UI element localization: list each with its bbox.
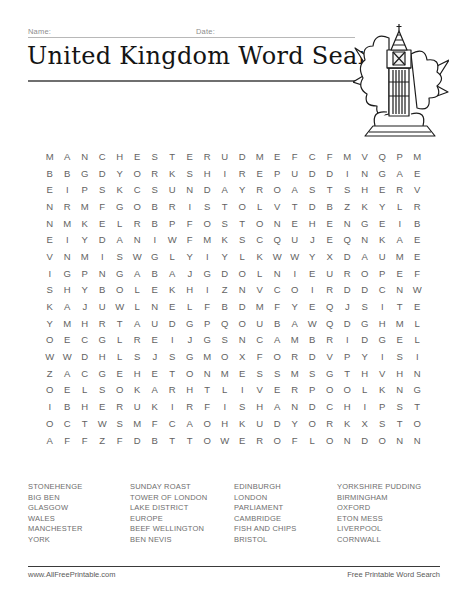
word-list-item: BIRMINGHAM: [337, 493, 439, 504]
grid-cell: G: [146, 248, 164, 265]
word-list-item: YORK: [28, 535, 130, 546]
grid-cell: O: [41, 415, 59, 432]
grid-cell: H: [216, 415, 234, 432]
grid-cell: C: [94, 148, 112, 165]
grid-cell: J: [339, 298, 357, 315]
grid-cell: Y: [356, 348, 374, 365]
grid-cell: L: [391, 198, 409, 215]
grid-cell: G: [199, 332, 217, 349]
grid-cell: N: [339, 215, 357, 232]
grid-cell: N: [391, 432, 409, 449]
grid-cell: E: [146, 332, 164, 349]
grid-cell: Y: [41, 315, 59, 332]
grid-cell: N: [129, 231, 147, 248]
grid-cell: O: [41, 332, 59, 349]
grid-cell: S: [391, 398, 409, 415]
grid-cell: R: [59, 198, 77, 215]
grid-cell: N: [269, 215, 287, 232]
grid-cell: K: [234, 415, 252, 432]
grid-cell: T: [321, 181, 339, 198]
grid-cell: W: [216, 432, 234, 449]
grid-cell: J: [181, 332, 199, 349]
grid-cell: G: [181, 348, 199, 365]
footer-source-url: www.AllFreePrintable.com: [28, 570, 116, 579]
grid-cell: H: [129, 365, 147, 382]
grid-cell: L: [304, 432, 322, 449]
grid-cell: H: [76, 315, 94, 332]
grid-cell: E: [391, 265, 409, 282]
footer-caption: Free Printable Word Search: [347, 570, 440, 579]
grid-cell: H: [181, 382, 199, 399]
grid-cell: Y: [304, 248, 322, 265]
grid-cell: K: [129, 382, 147, 399]
grid-cell: P: [164, 215, 182, 232]
grid-cell: R: [251, 181, 269, 198]
grid-cell: F: [59, 432, 77, 449]
grid-cell: I: [216, 165, 234, 182]
grid-cell: G: [111, 198, 129, 215]
grid-cell: O: [374, 432, 392, 449]
grid-cell: D: [304, 198, 322, 215]
grid-cell: I: [181, 198, 199, 215]
grid-cell: E: [409, 231, 427, 248]
grid-cell: G: [94, 332, 112, 349]
grid-cell: S: [111, 248, 129, 265]
grid-cell: E: [146, 365, 164, 382]
grid-cell: N: [41, 215, 59, 232]
grid-cell: L: [76, 382, 94, 399]
grid-cell: D: [199, 181, 217, 198]
grid-cell: U: [146, 315, 164, 332]
grid-cell: O: [251, 215, 269, 232]
worksheet-page: Name: Date: United Kingdom Word Search M…: [0, 0, 467, 604]
grid-cell: S: [234, 398, 252, 415]
grid-cell: B: [146, 432, 164, 449]
grid-cell: B: [59, 165, 77, 182]
grid-cell: P: [391, 148, 409, 165]
grid-cell: T: [391, 415, 409, 432]
grid-cell: O: [234, 315, 252, 332]
grid-cell: K: [76, 215, 94, 232]
grid-cell: S: [94, 382, 112, 399]
grid-cell: R: [286, 348, 304, 365]
grid-cell: S: [356, 298, 374, 315]
grid-cell: H: [76, 398, 94, 415]
grid-cell: H: [199, 165, 217, 182]
grid-cell: M: [391, 248, 409, 265]
grid-cell: M: [251, 148, 269, 165]
grid-cell: X: [321, 248, 339, 265]
grid-cell: K: [356, 198, 374, 215]
grid-cell: A: [391, 231, 409, 248]
grid-cell: G: [199, 265, 217, 282]
grid-cell: G: [374, 332, 392, 349]
grid-cell: W: [269, 248, 287, 265]
grid-cell: Q: [374, 148, 392, 165]
grid-cell: E: [59, 332, 77, 349]
grid-cell: K: [41, 298, 59, 315]
grid-cell: J: [304, 231, 322, 248]
grid-cell: J: [76, 298, 94, 315]
grid-cell: M: [76, 198, 94, 215]
grid-cell: C: [76, 332, 94, 349]
word-list-item: STONEHENGE: [28, 482, 130, 493]
grid-cell: O: [111, 382, 129, 399]
word-column-2: SUNDAY ROASTTOWER OF LONDONLAKE DISTRICT…: [130, 482, 232, 546]
grid-cell: T: [76, 415, 94, 432]
grid-cell: A: [111, 231, 129, 248]
grid-cell: I: [339, 165, 357, 182]
grid-cell: R: [111, 398, 129, 415]
grid-cell: V: [409, 181, 427, 198]
grid-cell: X: [356, 415, 374, 432]
word-list-item: CAMBRIDGE: [234, 514, 336, 525]
grid-cell: Q: [216, 315, 234, 332]
grid-cell: U: [94, 298, 112, 315]
grid-cell: R: [129, 215, 147, 232]
grid-cell: S: [304, 181, 322, 198]
grid-cell: G: [94, 365, 112, 382]
grid-cell: E: [129, 148, 147, 165]
grid-cell: C: [304, 148, 322, 165]
grid-cell: D: [234, 298, 252, 315]
grid-cell: D: [339, 315, 357, 332]
grid-cell: Y: [76, 231, 94, 248]
grid-cell: T: [199, 382, 217, 399]
grid-cell: H: [111, 148, 129, 165]
grid-cell: T: [286, 198, 304, 215]
grid-cell: L: [356, 382, 374, 399]
grid-cell: E: [41, 181, 59, 198]
grid-cell: W: [164, 231, 182, 248]
grid-cell: I: [199, 248, 217, 265]
grid-cell: M: [286, 332, 304, 349]
grid-cell: V: [251, 382, 269, 399]
grid-cell: O: [321, 432, 339, 449]
grid-cell: D: [356, 432, 374, 449]
grid-cell: O: [199, 215, 217, 232]
grid-cell: L: [111, 348, 129, 365]
grid-cell: A: [391, 165, 409, 182]
grid-cell: N: [269, 265, 287, 282]
grid-cell: H: [339, 398, 357, 415]
grid-cell: O: [339, 382, 357, 399]
grid-cell: N: [146, 298, 164, 315]
grid-cell: U: [251, 415, 269, 432]
grid-cell: T: [164, 148, 182, 165]
grid-cell: Y: [181, 248, 199, 265]
grid-cell: F: [94, 198, 112, 215]
grid-cell: F: [76, 432, 94, 449]
grid-cell: Y: [76, 282, 94, 299]
grid-cell: R: [146, 165, 164, 182]
grid-cell: O: [269, 181, 287, 198]
grid-cell: O: [129, 198, 147, 215]
grid-cell: E: [234, 432, 252, 449]
grid-cell: O: [181, 365, 199, 382]
grid-cell: B: [146, 265, 164, 282]
grid-cell: G: [356, 215, 374, 232]
grid-cell: S: [146, 181, 164, 198]
grid-cell: B: [304, 332, 322, 349]
grid-cell: N: [339, 432, 357, 449]
footer-divider: [28, 566, 440, 567]
grid-cell: E: [269, 382, 287, 399]
grid-cell: H: [181, 282, 199, 299]
grid-cell: A: [286, 315, 304, 332]
grid-cell: A: [59, 365, 77, 382]
grid-cell: D: [164, 315, 182, 332]
word-list-item: BIG BEN: [28, 493, 130, 504]
grid-cell: Z: [94, 432, 112, 449]
grid-cell: H: [304, 215, 322, 232]
grid-cell: C: [251, 332, 269, 349]
word-list-item: PARLIAMENT: [234, 503, 336, 514]
grid-cell: U: [374, 248, 392, 265]
grid-cell: P: [76, 181, 94, 198]
word-list-item: FISH AND CHIPS: [234, 524, 336, 535]
grid-cell: A: [59, 298, 77, 315]
grid-cell: H: [356, 181, 374, 198]
grid-cell: Q: [269, 231, 287, 248]
grid-cell: E: [304, 298, 322, 315]
grid-cell: O: [269, 348, 287, 365]
word-list-item: BEEF WELLINGTON: [130, 524, 232, 535]
grid-cell: D: [356, 332, 374, 349]
grid-cell: M: [129, 415, 147, 432]
grid-cell: E: [374, 181, 392, 198]
grid-cell: R: [321, 282, 339, 299]
word-list-item: BRISTOL: [234, 535, 336, 546]
grid-cell: E: [234, 365, 252, 382]
grid-cell: M: [59, 315, 77, 332]
grid-cell: R: [251, 432, 269, 449]
grid-cell: L: [216, 382, 234, 399]
grid-cell: C: [251, 231, 269, 248]
grid-cell: S: [374, 415, 392, 432]
word-list-item: YORKSHIRE PUDDING: [337, 482, 439, 493]
grid-cell: B: [146, 198, 164, 215]
grid-cell: L: [251, 265, 269, 282]
grid-cell: D: [304, 398, 322, 415]
big-ben-icon: [353, 22, 449, 142]
grid-cell: G: [374, 165, 392, 182]
grid-cell: E: [409, 248, 427, 265]
grid-cell: Y: [234, 181, 252, 198]
grid-cell: A: [356, 248, 374, 265]
grid-cell: A: [146, 382, 164, 399]
grid-cell: F: [181, 215, 199, 232]
grid-cell: I: [409, 348, 427, 365]
grid-cell: V: [41, 248, 59, 265]
grid-cell: R: [94, 315, 112, 332]
grid-cell: R: [321, 415, 339, 432]
grid-cell: W: [94, 415, 112, 432]
grid-cell: N: [234, 282, 252, 299]
grid-cell: R: [234, 165, 252, 182]
grid-cell: W: [304, 315, 322, 332]
grid-cell: K: [339, 415, 357, 432]
grid-cell: C: [269, 282, 287, 299]
grid-cell: D: [339, 282, 357, 299]
grid-cell: N: [199, 365, 217, 382]
grid-cell: O: [234, 198, 252, 215]
grid-cell: K: [251, 248, 269, 265]
grid-cell: X: [234, 348, 252, 365]
grid-cell: S: [304, 365, 322, 382]
grid-cell: L: [129, 282, 147, 299]
grid-cell: W: [409, 282, 427, 299]
grid-cell: O: [234, 265, 252, 282]
grid-cell: V: [321, 348, 339, 365]
grid-cell: I: [164, 332, 182, 349]
word-list-item: EUROPE: [130, 514, 232, 525]
grid-cell: D: [234, 148, 252, 165]
grid-cell: I: [356, 398, 374, 415]
grid-cell: O: [199, 432, 217, 449]
grid-cell: M: [216, 365, 234, 382]
grid-cell: F: [286, 432, 304, 449]
grid-cell: N: [286, 398, 304, 415]
grid-cell: G: [59, 265, 77, 282]
grid-cell: I: [374, 348, 392, 365]
word-list-item: TOWER OF LONDON: [130, 493, 232, 504]
grid-cell: M: [286, 365, 304, 382]
grid-cell: I: [234, 382, 252, 399]
grid-cell: R: [164, 198, 182, 215]
grid-cell: R: [339, 265, 357, 282]
grid-cell: F: [199, 298, 217, 315]
grid-cell: V: [374, 365, 392, 382]
word-list-item: LAKE DISTRICT: [130, 503, 232, 514]
grid-cell: O: [304, 415, 322, 432]
grid-cell: L: [129, 298, 147, 315]
grid-cell: S: [129, 348, 147, 365]
grid-cell: H: [374, 315, 392, 332]
grid-cell: N: [409, 365, 427, 382]
grid-cell: U: [129, 398, 147, 415]
grid-cell: P: [374, 265, 392, 282]
grid-cell: G: [181, 315, 199, 332]
grid-cell: H: [59, 282, 77, 299]
grid-cell: N: [234, 332, 252, 349]
grid-cell: N: [41, 198, 59, 215]
grid-cell: G: [321, 365, 339, 382]
word-list-item: MANCHESTER: [28, 524, 130, 535]
grid-cell: T: [216, 198, 234, 215]
grid-cell: S: [181, 165, 199, 182]
grid-cell: T: [409, 398, 427, 415]
grid-cell: A: [181, 415, 199, 432]
grid-cell: G: [356, 315, 374, 332]
grid-cell: D: [304, 165, 322, 182]
grid-cell: M: [59, 215, 77, 232]
grid-cell: M: [251, 298, 269, 315]
grid-cell: T: [111, 315, 129, 332]
grid-cell: T: [339, 365, 357, 382]
grid-cell: M: [391, 315, 409, 332]
grid-cell: K: [146, 398, 164, 415]
word-search-grid: MANCHESTERUDMEFCFMVQPMBBGDYORKSHIREPUDDI…: [41, 148, 426, 448]
grid-cell: U: [286, 231, 304, 248]
grid-cell: C: [129, 181, 147, 198]
grid-cell: O: [199, 415, 217, 432]
grid-cell: F: [181, 231, 199, 248]
grid-cell: M: [41, 148, 59, 165]
grid-cell: S: [339, 181, 357, 198]
grid-cell: S: [94, 181, 112, 198]
grid-cell: Z: [41, 365, 59, 382]
grid-cell: E: [164, 298, 182, 315]
grid-cell: M: [76, 248, 94, 265]
grid-cell: Z: [339, 198, 357, 215]
grid-cell: N: [409, 432, 427, 449]
grid-cell: B: [216, 298, 234, 315]
grid-cell: W: [59, 348, 77, 365]
grid-cell: A: [269, 398, 287, 415]
grid-cell: D: [339, 248, 357, 265]
grid-cell: R: [391, 181, 409, 198]
grid-cell: I: [41, 265, 59, 282]
grid-cell: O: [286, 282, 304, 299]
word-list-item: CORNWALL: [337, 535, 439, 546]
grid-cell: O: [129, 165, 147, 182]
grid-cell: R: [129, 332, 147, 349]
grid-cell: L: [111, 332, 129, 349]
grid-cell: E: [304, 265, 322, 282]
grid-cell: U: [321, 265, 339, 282]
grid-cell: A: [286, 181, 304, 198]
grid-cell: C: [59, 415, 77, 432]
grid-cell: J: [181, 265, 199, 282]
grid-cell: N: [59, 248, 77, 265]
word-list-item: LIVERPOOL: [337, 524, 439, 535]
grid-cell: U: [286, 165, 304, 182]
grid-cell: R: [409, 198, 427, 215]
grid-cell: S: [251, 365, 269, 382]
grid-cell: O: [269, 432, 287, 449]
grid-cell: C: [76, 365, 94, 382]
grid-cell: O: [41, 382, 59, 399]
grid-cell: Q: [339, 231, 357, 248]
grid-cell: E: [94, 215, 112, 232]
grid-cell: K: [164, 165, 182, 182]
grid-cell: L: [181, 298, 199, 315]
grid-cell: G: [111, 265, 129, 282]
grid-cell: F: [269, 298, 287, 315]
grid-cell: R: [321, 332, 339, 349]
grid-cell: M: [409, 148, 427, 165]
grid-cell: N: [356, 231, 374, 248]
grid-cell: D: [76, 348, 94, 365]
grid-cell: D: [129, 432, 147, 449]
grid-cell: D: [356, 282, 374, 299]
grid-cell: K: [216, 231, 234, 248]
grid-cell: Q: [321, 315, 339, 332]
grid-cell: O: [216, 348, 234, 365]
grid-cell: T: [164, 365, 182, 382]
grid-cell: I: [59, 231, 77, 248]
grid-cell: N: [76, 148, 94, 165]
grid-cell: U: [251, 315, 269, 332]
grid-cell: C: [374, 282, 392, 299]
grid-cell: T: [181, 432, 199, 449]
grid-cell: B: [146, 215, 164, 232]
name-date-underline: [28, 37, 355, 38]
grid-cell: Y: [216, 248, 234, 265]
grid-cell: E: [374, 215, 392, 232]
grid-cell: C: [164, 415, 182, 432]
